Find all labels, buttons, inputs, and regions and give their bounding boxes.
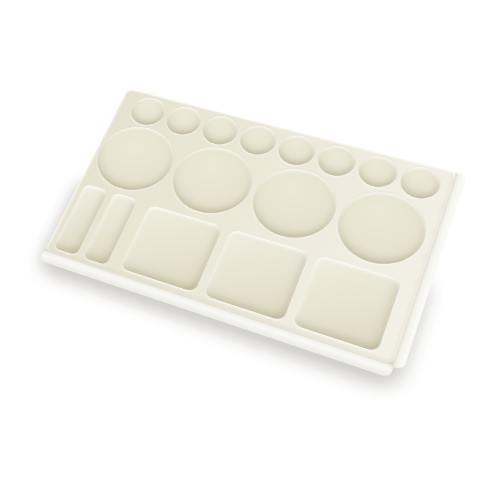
palette-tray: [45, 88, 457, 365]
small-round-well-7: [354, 152, 402, 191]
small-round-well-3: [198, 112, 243, 148]
product-photo: [0, 0, 483, 483]
small-round-well-6: [313, 142, 360, 180]
small-round-well-2: [161, 103, 206, 138]
square-well-2: [203, 229, 310, 321]
small-round-well-4: [235, 122, 281, 158]
square-well-1: [120, 205, 223, 293]
small-round-well-5: [273, 132, 320, 169]
large-round-well-1: [85, 119, 184, 199]
small-round-well-1: [126, 94, 170, 128]
